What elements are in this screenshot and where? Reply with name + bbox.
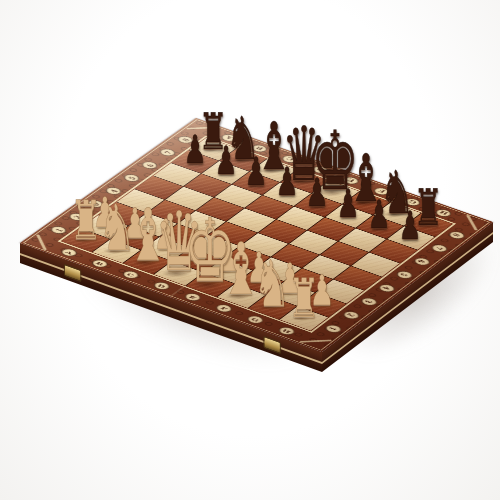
coord-rank-7-left: 7 (156, 147, 177, 157)
coord-rank-1-right: 1 (322, 323, 344, 334)
corner-inlay (300, 340, 332, 343)
coord-file-g-near: G (245, 314, 267, 325)
coord-file-d-far: D (310, 164, 331, 174)
coord-rank-8-right: 8 (446, 230, 467, 241)
corner-inlay (36, 235, 47, 250)
brass-clasp (263, 336, 280, 354)
coord-file-b-far: B (249, 143, 270, 153)
coord-file-f-far: F (371, 186, 392, 196)
coord-file-c-far: C (279, 154, 300, 164)
brass-clasp (64, 264, 81, 282)
coord-rank-3-left: 3 (84, 198, 105, 209)
coord-file-f-near: F (213, 303, 235, 314)
coord-rank-8-left: 8 (174, 134, 195, 144)
coord-file-h-near: H (276, 325, 298, 336)
coord-rank-7-right: 7 (428, 243, 449, 254)
coord-file-c-near: C (120, 269, 142, 280)
coord-file-b-near: B (89, 258, 111, 269)
chess-set-photo: AA88BB77CC66DD55EE44FF33GG22HH11 ♜♞♟♝♟♛♟… (0, 0, 500, 500)
coord-rank-4-right: 4 (376, 283, 398, 294)
coord-file-e-far: E (341, 175, 362, 185)
coord-rank-6-right: 6 (411, 256, 433, 267)
coord-rank-4-left: 4 (102, 186, 123, 196)
coord-file-a-far: A (219, 133, 240, 143)
coord-rank-3-right: 3 (358, 296, 380, 307)
coord-rank-5-right: 5 (393, 269, 415, 280)
coord-file-a-near: A (59, 247, 81, 258)
coord-rank-2-right: 2 (340, 310, 362, 321)
coord-file-d-near: D (151, 280, 173, 291)
coord-rank-6-left: 6 (139, 160, 160, 170)
coord-file-h-far: H (433, 208, 454, 219)
coord-rank-1-left: 1 (47, 225, 69, 236)
coord-rank-5-left: 5 (120, 173, 141, 183)
corner-inlay (186, 127, 217, 130)
coord-rank-2-left: 2 (66, 211, 88, 222)
coord-file-e-near: E (182, 291, 204, 302)
coord-file-g-far: G (402, 197, 423, 207)
corner-inlay (466, 215, 478, 230)
